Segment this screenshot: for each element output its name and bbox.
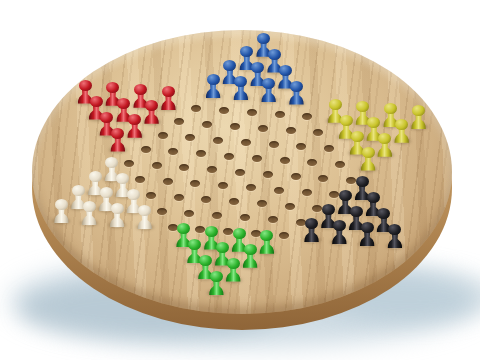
peg-head [350,206,363,217]
peg-head [395,119,408,130]
peg-head [362,147,375,158]
board-hole[interactable] [246,184,256,191]
peg-head [127,189,140,200]
peg-head [339,190,352,201]
peg-head [72,185,85,196]
board-hole[interactable] [280,157,290,164]
board-hole[interactable] [241,139,251,146]
board-hole[interactable] [247,109,257,116]
board-hole[interactable] [313,129,323,136]
peg-grid [0,0,480,360]
board-hole[interactable] [291,173,301,180]
peg-head [199,255,212,266]
peg-yellow[interactable] [394,119,409,143]
board-hole[interactable] [135,176,145,183]
peg-head [367,192,380,203]
peg-head [290,81,303,92]
peg-head [279,65,292,76]
peg-head [210,271,223,282]
peg-black[interactable] [304,218,319,242]
board-hole[interactable] [202,121,212,128]
peg-head [128,114,141,125]
peg-head [111,128,124,139]
board-hole[interactable] [318,175,328,182]
peg-white[interactable] [54,199,69,223]
board-hole[interactable] [191,105,201,112]
peg-head [333,220,346,231]
board-hole[interactable] [279,232,289,239]
peg-head [233,228,246,239]
peg-head [244,244,257,255]
peg-head [216,242,229,253]
peg-head [262,78,275,89]
peg-head [55,199,68,210]
peg-head [105,157,118,168]
board-hole[interactable] [296,143,306,150]
board-hole[interactable] [335,161,345,168]
peg-head [377,208,390,219]
peg-head [340,115,353,126]
peg-head [90,96,103,107]
board-hole[interactable] [184,210,194,217]
board-hole[interactable] [174,194,184,201]
board-hole[interactable] [163,178,173,185]
peg-head [257,33,270,44]
peg-head [100,187,113,198]
peg-black[interactable] [332,220,347,244]
board-hole[interactable] [235,169,245,176]
peg-white[interactable] [82,201,97,225]
peg-head [205,226,218,237]
peg-head [83,201,96,212]
board-hole[interactable] [224,153,234,160]
peg-head [234,76,247,87]
board-hole[interactable] [213,137,223,144]
board-hole[interactable] [257,200,267,207]
peg-black[interactable] [387,224,402,248]
peg-head [361,222,374,233]
peg-head [378,133,391,144]
peg-head [100,112,113,123]
peg-blue[interactable] [206,74,221,98]
peg-head [223,60,236,71]
peg-head [138,205,151,216]
board-hole[interactable] [219,107,229,114]
peg-head [388,224,401,235]
board-hole[interactable] [168,148,178,155]
board-hole[interactable] [240,214,250,221]
board-hole[interactable] [124,160,134,167]
peg-yellow[interactable] [411,105,426,129]
peg-red[interactable] [110,128,125,152]
board-hole[interactable] [196,150,206,157]
peg-yellow[interactable] [361,147,376,171]
peg-head [305,218,318,229]
peg-red[interactable] [127,114,142,138]
board-hole[interactable] [252,155,262,162]
board-hole[interactable] [185,134,195,141]
board-hole[interactable] [307,159,317,166]
peg-head [111,203,124,214]
peg-white[interactable] [137,205,152,229]
peg-head [329,99,342,110]
board-hole[interactable] [158,132,168,139]
board-hole[interactable] [258,125,268,132]
peg-head [134,84,147,95]
peg-red[interactable] [144,100,159,124]
board-hole[interactable] [157,208,167,215]
peg-green[interactable] [209,271,224,295]
peg-red[interactable] [161,86,176,110]
board-hole[interactable] [268,216,278,223]
photo-scene [0,0,480,360]
peg-blue[interactable] [233,76,248,100]
board-hole[interactable] [286,127,296,134]
peg-green[interactable] [243,244,258,268]
board-hole[interactable] [201,196,211,203]
peg-yellow[interactable] [377,133,392,157]
peg-head [356,101,369,112]
board-hole[interactable] [141,146,151,153]
peg-green[interactable] [226,258,241,282]
peg-head [351,131,364,142]
peg-head [162,86,175,97]
peg-head [79,80,92,91]
peg-head [367,117,380,128]
board-hole[interactable] [285,203,295,210]
peg-head [384,103,397,114]
peg-head [207,74,220,85]
board-hole[interactable] [274,187,284,194]
peg-head [177,223,190,234]
board-hole[interactable] [218,182,228,189]
peg-head [356,176,369,187]
board-hole[interactable] [207,166,217,173]
peg-head [116,173,129,184]
board-hole[interactable] [324,145,334,152]
peg-green[interactable] [259,230,274,254]
peg-head [240,46,253,57]
peg-head [106,82,119,93]
peg-head [268,49,281,60]
board-hole[interactable] [190,180,200,187]
peg-head [89,171,102,182]
board-hole[interactable] [152,162,162,169]
board-hole[interactable] [174,118,184,125]
peg-head [227,258,240,269]
board-hole[interactable] [263,171,273,178]
board-hole[interactable] [179,164,189,171]
peg-head [322,204,335,215]
board-hole[interactable] [146,192,156,199]
board-hole[interactable] [275,111,285,118]
peg-blue[interactable] [289,81,304,105]
peg-head [145,100,158,111]
board-hole[interactable] [230,123,240,130]
peg-head [117,98,130,109]
board-hole[interactable] [229,198,239,205]
peg-head [260,230,273,241]
peg-black[interactable] [360,222,375,246]
peg-head [251,62,264,73]
board-hole[interactable] [269,141,279,148]
board-hole[interactable] [302,189,312,196]
peg-blue[interactable] [261,78,276,102]
board-hole[interactable] [302,113,312,120]
peg-head [188,239,201,250]
peg-white[interactable] [110,203,125,227]
peg-head [412,105,425,116]
board-hole[interactable] [212,212,222,219]
